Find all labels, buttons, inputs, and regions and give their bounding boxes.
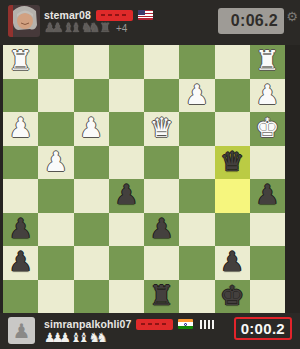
white-rook[interactable]: ♜ bbox=[9, 47, 33, 74]
square[interactable] bbox=[74, 179, 109, 213]
square[interactable] bbox=[179, 179, 214, 213]
square[interactable] bbox=[74, 246, 109, 280]
square[interactable] bbox=[215, 213, 250, 247]
square[interactable] bbox=[109, 213, 144, 247]
square[interactable] bbox=[250, 246, 285, 280]
square[interactable] bbox=[215, 45, 250, 79]
avatar-photo bbox=[8, 5, 40, 37]
white-rook[interactable]: ♜ bbox=[255, 47, 279, 74]
square[interactable] bbox=[38, 280, 73, 314]
square[interactable] bbox=[109, 246, 144, 280]
bottom-player-avatar[interactable]: ♟ bbox=[8, 317, 35, 344]
black-pawn[interactable]: ♟ bbox=[114, 181, 138, 208]
black-king[interactable]: ♚ bbox=[220, 282, 244, 309]
square[interactable] bbox=[38, 45, 73, 79]
square[interactable]: ♜ bbox=[250, 45, 285, 79]
redaction-dashes bbox=[101, 14, 128, 16]
square[interactable]: ♛ bbox=[144, 112, 179, 146]
streak-tallies bbox=[200, 320, 214, 329]
black-pawn[interactable]: ♟ bbox=[255, 181, 279, 208]
top-player-clock: 0:06.2 bbox=[218, 8, 284, 34]
white-pawn[interactable]: ♟ bbox=[79, 114, 103, 141]
square[interactable]: ♟ bbox=[3, 246, 38, 280]
square[interactable] bbox=[38, 179, 73, 213]
top-player-avatar[interactable] bbox=[8, 5, 40, 37]
square[interactable] bbox=[109, 146, 144, 180]
tally-bar bbox=[208, 320, 210, 329]
white-pawn[interactable]: ♟ bbox=[44, 148, 68, 175]
square[interactable]: ♟ bbox=[179, 79, 214, 113]
default-avatar-pawn-icon: ♟ bbox=[13, 321, 31, 341]
bottom-player-bar: ♟ simranpalkohli07 ♟♟♟ ♝♝ ♞♞ 0:00.2 bbox=[0, 313, 300, 349]
material-advantage: +4 bbox=[116, 23, 127, 34]
square[interactable]: ♟ bbox=[215, 246, 250, 280]
square[interactable]: ♟ bbox=[74, 112, 109, 146]
white-pawn[interactable]: ♟ bbox=[185, 81, 209, 108]
india-flag-icon bbox=[178, 319, 193, 329]
bottom-redacted-rating-badge bbox=[136, 319, 173, 330]
square[interactable] bbox=[38, 213, 73, 247]
square[interactable]: ♟ bbox=[3, 112, 38, 146]
chess-board: ♜♜♟♟♟♟♛♚♟♛♟♟♟♟♟♟♜♚ bbox=[3, 45, 285, 313]
top-redacted-rating-badge bbox=[96, 10, 133, 21]
square[interactable]: ♟ bbox=[144, 213, 179, 247]
tally-bar bbox=[212, 320, 214, 329]
black-queen[interactable]: ♛ bbox=[220, 148, 244, 175]
white-king[interactable]: ♚ bbox=[255, 114, 279, 141]
square[interactable]: ♟ bbox=[109, 179, 144, 213]
board-area: ♜♜♟♟♟♟♛♚♟♛♟♟♟♟♟♟♜♚ bbox=[0, 45, 300, 313]
square[interactable] bbox=[179, 246, 214, 280]
square[interactable] bbox=[109, 79, 144, 113]
square[interactable]: ♟ bbox=[3, 213, 38, 247]
square[interactable]: ♟ bbox=[250, 179, 285, 213]
square[interactable]: ♛ bbox=[215, 146, 250, 180]
white-pawn[interactable]: ♟ bbox=[255, 81, 279, 108]
us-flag-icon bbox=[138, 10, 153, 20]
square[interactable] bbox=[38, 79, 73, 113]
square[interactable] bbox=[144, 79, 179, 113]
top-captured-row: ♟♟ ♝♝ ♞♞ ♜ +4 bbox=[44, 21, 127, 35]
square[interactable] bbox=[38, 246, 73, 280]
redaction-dashes bbox=[141, 323, 168, 325]
square[interactable]: ♟ bbox=[38, 146, 73, 180]
square[interactable] bbox=[250, 213, 285, 247]
square[interactable] bbox=[179, 280, 214, 314]
square[interactable] bbox=[144, 179, 179, 213]
top-captured-pieces: ♟♟ ♝♝ ♞♞ ♜ bbox=[44, 21, 111, 35]
square[interactable] bbox=[179, 45, 214, 79]
square[interactable] bbox=[3, 79, 38, 113]
square[interactable]: ♟ bbox=[250, 79, 285, 113]
square[interactable] bbox=[179, 112, 214, 146]
square[interactable] bbox=[74, 79, 109, 113]
square[interactable] bbox=[215, 112, 250, 146]
white-pawn[interactable]: ♟ bbox=[9, 114, 33, 141]
square[interactable] bbox=[74, 213, 109, 247]
black-pawn[interactable]: ♟ bbox=[9, 248, 33, 275]
square[interactable] bbox=[144, 146, 179, 180]
square[interactable] bbox=[144, 45, 179, 79]
tally-bar bbox=[204, 320, 206, 329]
square[interactable] bbox=[144, 246, 179, 280]
square[interactable] bbox=[3, 179, 38, 213]
white-queen[interactable]: ♛ bbox=[150, 114, 174, 141]
settings-gear-icon[interactable]: ⚙ bbox=[286, 9, 298, 24]
square[interactable] bbox=[74, 45, 109, 79]
bottom-captured-row: ♟♟♟ ♝♝ ♞♞ bbox=[44, 331, 108, 345]
square[interactable] bbox=[74, 146, 109, 180]
black-pawn[interactable]: ♟ bbox=[220, 248, 244, 275]
square[interactable] bbox=[250, 146, 285, 180]
square[interactable] bbox=[38, 112, 73, 146]
square[interactable] bbox=[74, 280, 109, 314]
square[interactable]: ♜ bbox=[3, 45, 38, 79]
chess-app: stemar08 ♟♟ ♝♝ ♞♞ ♜ +4 0:06.2 ⚙ ♜♜♟♟♟♟♛♚… bbox=[0, 0, 300, 349]
square[interactable]: ♚ bbox=[215, 280, 250, 314]
bottom-captured-pieces: ♟♟♟ ♝♝ ♞♞ bbox=[44, 331, 108, 345]
square[interactable] bbox=[250, 280, 285, 314]
black-rook[interactable]: ♜ bbox=[150, 282, 174, 309]
bottom-player-username[interactable]: simranpalkohli07 bbox=[44, 318, 131, 330]
square[interactable] bbox=[109, 112, 144, 146]
top-player-bar: stemar08 ♟♟ ♝♝ ♞♞ ♜ +4 0:06.2 ⚙ bbox=[0, 0, 300, 45]
tally-bar bbox=[200, 320, 202, 329]
square[interactable]: ♚ bbox=[250, 112, 285, 146]
black-pawn[interactable]: ♟ bbox=[9, 215, 33, 242]
square[interactable] bbox=[179, 213, 214, 247]
bottom-player-name-row: simranpalkohli07 bbox=[44, 318, 214, 330]
black-pawn[interactable]: ♟ bbox=[150, 215, 174, 242]
square[interactable] bbox=[215, 79, 250, 113]
square[interactable]: ♜ bbox=[144, 280, 179, 314]
square[interactable] bbox=[3, 280, 38, 314]
bottom-player-clock: 0:00.2 bbox=[234, 317, 292, 340]
square[interactable] bbox=[3, 146, 38, 180]
square[interactable] bbox=[179, 146, 214, 180]
square[interactable] bbox=[109, 45, 144, 79]
square[interactable] bbox=[215, 179, 250, 213]
square[interactable] bbox=[109, 280, 144, 314]
